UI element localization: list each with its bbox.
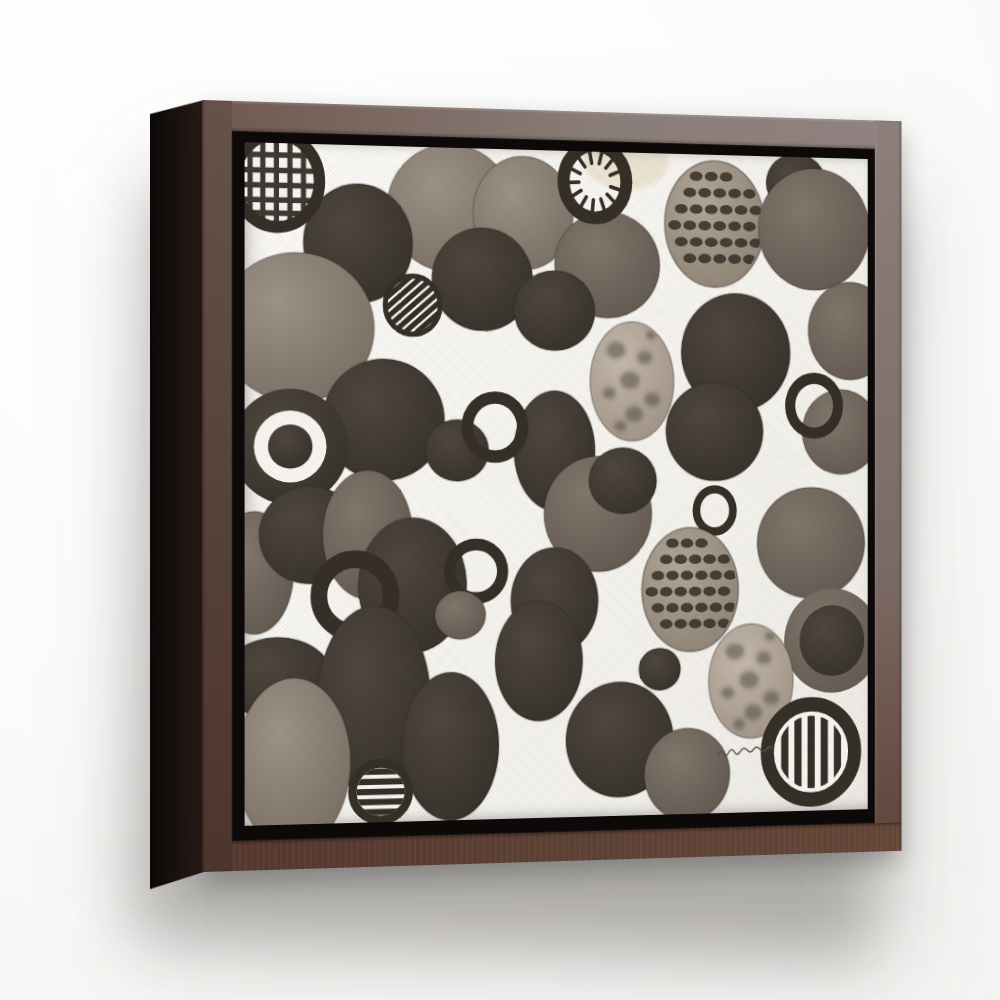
wall: [0, 0, 1000, 1000]
frame-left-side-face: [150, 100, 204, 889]
artwork-svg: [245, 142, 868, 826]
frame-front: [202, 100, 902, 872]
frame-rail-right: [875, 120, 902, 851]
frame-rail-left: [202, 100, 232, 872]
floater-gap: [232, 131, 875, 841]
canvas: [245, 142, 868, 826]
framed-canvas: [202, 100, 902, 872]
